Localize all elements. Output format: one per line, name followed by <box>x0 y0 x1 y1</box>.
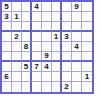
given-cell-r1c1: 5 <box>2 2 12 12</box>
empty-cell-r1c7[interactable] <box>62 2 72 12</box>
empty-cell-r9c1[interactable] <box>2 82 12 92</box>
empty-cell-r3c6[interactable] <box>52 22 62 32</box>
empty-cell-r6c7[interactable] <box>62 52 72 62</box>
empty-cell-r7c6[interactable] <box>52 62 62 72</box>
empty-cell-r6c1[interactable] <box>2 52 12 62</box>
empty-cell-r8c3[interactable] <box>22 72 32 82</box>
given-cell-r7c5: 4 <box>42 62 52 72</box>
given-cell-r4c2: 2 <box>12 32 22 42</box>
empty-cell-r6c2[interactable] <box>12 52 22 62</box>
empty-cell-r1c9[interactable] <box>82 2 92 12</box>
empty-cell-r1c3[interactable] <box>22 2 32 12</box>
empty-cell-r9c9[interactable] <box>82 82 92 92</box>
sudoku-board: 54931213849574612 <box>0 0 94 94</box>
empty-cell-r8c4[interactable] <box>32 72 42 82</box>
given-cell-r2c2: 1 <box>12 12 22 22</box>
empty-cell-r3c2[interactable] <box>12 22 22 32</box>
empty-cell-r3c5[interactable] <box>42 22 52 32</box>
empty-cell-r1c2[interactable] <box>12 2 22 12</box>
given-cell-r5c3: 8 <box>22 42 32 52</box>
empty-cell-r5c4[interactable] <box>32 42 42 52</box>
empty-cell-r5c1[interactable] <box>2 42 12 52</box>
empty-cell-r6c8[interactable] <box>72 52 82 62</box>
given-cell-r4c6: 1 <box>52 32 62 42</box>
empty-cell-r2c7[interactable] <box>62 12 72 22</box>
empty-cell-r5c7[interactable] <box>62 42 72 52</box>
empty-cell-r2c3[interactable] <box>22 12 32 22</box>
empty-cell-r2c6[interactable] <box>52 12 62 22</box>
empty-cell-r6c9[interactable] <box>82 52 92 62</box>
given-cell-r7c4: 7 <box>32 62 42 72</box>
empty-cell-r7c7[interactable] <box>62 62 72 72</box>
empty-cell-r8c7[interactable] <box>62 72 72 82</box>
empty-cell-r3c9[interactable] <box>82 22 92 32</box>
empty-cell-r8c2[interactable] <box>12 72 22 82</box>
empty-cell-r2c9[interactable] <box>82 12 92 22</box>
given-cell-r6c5: 9 <box>42 52 52 62</box>
given-cell-r1c8: 9 <box>72 2 82 12</box>
empty-cell-r3c1[interactable] <box>2 22 12 32</box>
empty-cell-r9c5[interactable] <box>42 82 52 92</box>
empty-cell-r6c4[interactable] <box>32 52 42 62</box>
empty-cell-r9c4[interactable] <box>32 82 42 92</box>
empty-cell-r4c1[interactable] <box>2 32 12 42</box>
empty-cell-r7c2[interactable] <box>12 62 22 72</box>
given-cell-r1c4: 4 <box>32 2 42 12</box>
empty-cell-r9c6[interactable] <box>52 82 62 92</box>
empty-cell-r8c8[interactable] <box>72 72 82 82</box>
empty-cell-r3c7[interactable] <box>62 22 72 32</box>
empty-cell-r9c3[interactable] <box>22 82 32 92</box>
empty-cell-r1c6[interactable] <box>52 2 62 12</box>
empty-cell-r7c9[interactable] <box>82 62 92 72</box>
given-cell-r9c7: 2 <box>62 82 72 92</box>
empty-cell-r7c1[interactable] <box>2 62 12 72</box>
empty-cell-r4c8[interactable] <box>72 32 82 42</box>
empty-cell-r2c5[interactable] <box>42 12 52 22</box>
empty-cell-r4c4[interactable] <box>32 32 42 42</box>
empty-cell-r5c9[interactable] <box>82 42 92 52</box>
empty-cell-r3c4[interactable] <box>32 22 42 32</box>
empty-cell-r6c3[interactable] <box>22 52 32 62</box>
empty-cell-r3c8[interactable] <box>72 22 82 32</box>
empty-cell-r8c6[interactable] <box>52 72 62 82</box>
empty-cell-r9c8[interactable] <box>72 82 82 92</box>
given-cell-r8c9: 1 <box>82 72 92 82</box>
given-cell-r8c1: 6 <box>2 72 12 82</box>
empty-cell-r5c6[interactable] <box>52 42 62 52</box>
empty-cell-r5c2[interactable] <box>12 42 22 52</box>
given-cell-r5c8: 4 <box>72 42 82 52</box>
empty-cell-r2c4[interactable] <box>32 12 42 22</box>
empty-cell-r1c5[interactable] <box>42 2 52 12</box>
empty-cell-r3c3[interactable] <box>22 22 32 32</box>
empty-cell-r9c2[interactable] <box>12 82 22 92</box>
empty-cell-r4c5[interactable] <box>42 32 52 42</box>
empty-cell-r2c8[interactable] <box>72 12 82 22</box>
given-cell-r7c3: 5 <box>22 62 32 72</box>
given-cell-r2c1: 3 <box>2 12 12 22</box>
empty-cell-r8c5[interactable] <box>42 72 52 82</box>
given-cell-r4c7: 3 <box>62 32 72 42</box>
empty-cell-r4c9[interactable] <box>82 32 92 42</box>
empty-cell-r6c6[interactable] <box>52 52 62 62</box>
empty-cell-r4c3[interactable] <box>22 32 32 42</box>
empty-cell-r7c8[interactable] <box>72 62 82 72</box>
